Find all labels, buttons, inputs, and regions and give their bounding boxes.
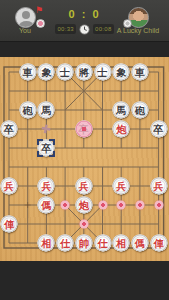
- piece-red-elephant[interactable]: 相: [113, 235, 130, 252]
- piece-red-soldier[interactable]: 兵: [150, 178, 167, 195]
- piece-red-advisor[interactable]: 仕: [94, 235, 111, 252]
- piece-red-general[interactable]: 帥: [75, 235, 92, 252]
- bottom-panel: [0, 261, 169, 300]
- piece-black-chariot[interactable]: 車: [19, 64, 36, 81]
- piece-red-advisor[interactable]: 仕: [57, 235, 74, 252]
- capture-target-marker[interactable]: [75, 121, 92, 138]
- move-target-dot[interactable]: [154, 201, 163, 210]
- piece-red-horse[interactable]: 傌: [131, 235, 148, 252]
- clock-icon: [79, 24, 90, 35]
- move-target-dot[interactable]: [61, 201, 70, 210]
- piece-black-chariot[interactable]: 車: [131, 64, 148, 81]
- piece-black-elephant[interactable]: 象: [38, 64, 55, 81]
- piece-red-chariot[interactable]: 俥: [1, 216, 18, 233]
- top-bar: ⚑ You 0 : 0 00:33 00:08 A Lucky Child: [0, 0, 169, 42]
- piece-red-soldier[interactable]: 兵: [38, 178, 55, 195]
- board-grid: [0, 57, 169, 261]
- move-target-dot[interactable]: [98, 201, 107, 210]
- piece-black-horse[interactable]: 馬: [113, 102, 130, 119]
- last-move-selection-corners: [37, 139, 55, 157]
- xiangqi-board[interactable]: 車象士將士象車砲馬馬砲卒卒炮卒卒兵兵兵兵兵傌炮俥相仕帥仕相傌俥: [0, 57, 169, 261]
- piece-black-general[interactable]: 將: [75, 64, 92, 81]
- piece-red-elephant[interactable]: 相: [38, 235, 55, 252]
- left-timer: 00:33: [55, 24, 76, 34]
- piece-black-advisor[interactable]: 士: [94, 64, 111, 81]
- piece-red-cannon[interactable]: 炮: [113, 121, 130, 138]
- piece-black-soldier[interactable]: 卒: [150, 121, 167, 138]
- move-target-dot[interactable]: [79, 220, 88, 229]
- piece-red-soldier[interactable]: 兵: [75, 178, 92, 195]
- piece-black-elephant[interactable]: 象: [113, 64, 130, 81]
- piece-red-cannon[interactable]: 炮: [75, 197, 92, 214]
- move-target-dot[interactable]: [117, 201, 126, 210]
- piece-black-horse[interactable]: 馬: [38, 102, 55, 119]
- piece-black-soldier[interactable]: 卒: [1, 121, 18, 138]
- piece-black-advisor[interactable]: 士: [57, 64, 74, 81]
- piece-red-soldier[interactable]: 兵: [113, 178, 130, 195]
- right-player-name: A Lucky Child: [108, 27, 168, 35]
- piece-red-horse[interactable]: 傌: [38, 197, 55, 214]
- move-target-dot[interactable]: [135, 201, 144, 210]
- piece-black-cannon[interactable]: 砲: [131, 102, 148, 119]
- piece-red-chariot[interactable]: 俥: [150, 235, 167, 252]
- piece-black-cannon[interactable]: 砲: [19, 102, 36, 119]
- piece-red-soldier[interactable]: 兵: [1, 178, 18, 195]
